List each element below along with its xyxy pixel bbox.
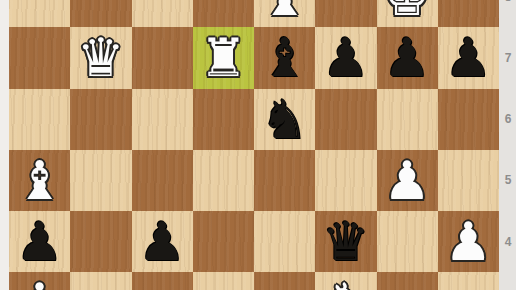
square-e8[interactable]: ♝ — [254, 0, 315, 27]
square-c8[interactable] — [132, 0, 193, 27]
square-a7[interactable] — [9, 27, 70, 88]
square-g5[interactable]: ♟ — [377, 150, 438, 211]
black-pawn-piece[interactable]: ♟ — [438, 27, 499, 88]
square-d7[interactable]: ♜ — [193, 27, 254, 88]
white-king-piece[interactable]: ♚ — [377, 0, 438, 27]
square-c3[interactable] — [132, 272, 193, 290]
square-f6[interactable] — [315, 89, 376, 150]
white-queen-piece[interactable]: ♛ — [70, 27, 131, 88]
square-g3[interactable] — [377, 272, 438, 290]
square-d8[interactable] — [193, 0, 254, 27]
rank-label-5: 5 — [501, 172, 515, 188]
square-a4[interactable]: ♟ — [9, 211, 70, 272]
square-h6[interactable] — [438, 89, 499, 150]
square-b3[interactable] — [70, 272, 131, 290]
square-c6[interactable] — [132, 89, 193, 150]
black-pawn-piece[interactable]: ♟ — [315, 27, 376, 88]
square-f5[interactable] — [315, 150, 376, 211]
white-bishop-piece[interactable]: ♝ — [254, 0, 315, 27]
square-g4[interactable] — [377, 211, 438, 272]
square-b5[interactable] — [70, 150, 131, 211]
square-b6[interactable] — [70, 89, 131, 150]
rank-label-4: 4 — [501, 234, 515, 250]
square-f4[interactable]: ♛ — [315, 211, 376, 272]
square-c4[interactable]: ♟ — [132, 211, 193, 272]
square-a8[interactable] — [9, 0, 70, 27]
chess-board: ♝♚♛♜♝♟♟♟♞♝♟♟♟♛♟♟♞ — [9, 0, 499, 290]
square-f7[interactable]: ♟ — [315, 27, 376, 88]
square-h8[interactable] — [438, 0, 499, 27]
black-pawn-piece[interactable]: ♟ — [377, 27, 438, 88]
square-c5[interactable] — [132, 150, 193, 211]
square-g6[interactable] — [377, 89, 438, 150]
square-f3[interactable]: ♞ — [315, 272, 376, 290]
square-c7[interactable] — [132, 27, 193, 88]
black-bishop-piece[interactable]: ♝ — [254, 27, 315, 88]
square-e4[interactable] — [254, 211, 315, 272]
black-pawn-piece[interactable]: ♟ — [132, 211, 193, 272]
black-queen-piece[interactable]: ♛ — [315, 211, 376, 272]
square-b4[interactable] — [70, 211, 131, 272]
square-b7[interactable]: ♛ — [70, 27, 131, 88]
square-e7[interactable]: ♝ — [254, 27, 315, 88]
square-g8[interactable]: ♚ — [377, 0, 438, 27]
white-bishop-piece[interactable]: ♝ — [9, 150, 70, 211]
rank-label-6: 6 — [501, 111, 515, 127]
square-d3[interactable] — [193, 272, 254, 290]
black-knight-piece[interactable]: ♞ — [254, 89, 315, 150]
white-pawn-piece[interactable]: ♟ — [9, 272, 70, 290]
rank-label-8: 8 — [501, 0, 515, 5]
white-pawn-piece[interactable]: ♟ — [438, 211, 499, 272]
chess-screenshot: ♝♚♛♜♝♟♟♟♞♝♟♟♟♛♟♟♞ 87654 — [0, 0, 516, 290]
black-pawn-piece[interactable]: ♟ — [9, 211, 70, 272]
white-pawn-piece[interactable]: ♟ — [377, 150, 438, 211]
square-e5[interactable] — [254, 150, 315, 211]
square-d6[interactable] — [193, 89, 254, 150]
page-margin-left — [0, 0, 9, 290]
square-g7[interactable]: ♟ — [377, 27, 438, 88]
square-b8[interactable] — [70, 0, 131, 27]
square-a3[interactable]: ♟ — [9, 272, 70, 290]
square-h5[interactable] — [438, 150, 499, 211]
square-f8[interactable] — [315, 0, 376, 27]
white-knight-piece[interactable]: ♞ — [315, 272, 376, 290]
square-e6[interactable]: ♞ — [254, 89, 315, 150]
square-d4[interactable] — [193, 211, 254, 272]
square-h7[interactable]: ♟ — [438, 27, 499, 88]
square-h4[interactable]: ♟ — [438, 211, 499, 272]
square-a5[interactable]: ♝ — [9, 150, 70, 211]
rank-label-7: 7 — [501, 50, 515, 66]
square-e3[interactable] — [254, 272, 315, 290]
square-h3[interactable] — [438, 272, 499, 290]
square-a6[interactable] — [9, 89, 70, 150]
square-d5[interactable] — [193, 150, 254, 211]
white-rook-piece[interactable]: ♜ — [193, 27, 254, 88]
